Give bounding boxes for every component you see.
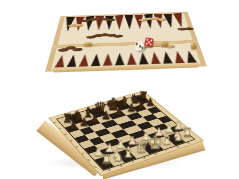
points-row (63, 13, 187, 32)
die-pip (146, 43, 148, 45)
latch-icon (162, 42, 168, 46)
clasp-icon (191, 44, 196, 50)
coord-label: 6 (64, 133, 68, 136)
backgammon-point (173, 13, 186, 28)
black-pawn-piece: ♟ (90, 114, 100, 125)
coord-label: 5 (69, 139, 73, 142)
product-photo: { "game": "Wooden folding chess and back… (0, 0, 239, 179)
white-die (134, 41, 144, 51)
black-pawn-piece: ♟ (146, 97, 155, 107)
coord-label: 2 (87, 159, 91, 162)
coord-label: 1 (93, 166, 97, 169)
black-pawn-piece: ♟ (101, 110, 111, 121)
black-pawn-piece: ♟ (127, 103, 137, 114)
die-pip (141, 47, 143, 49)
coord-label: 7 (58, 127, 62, 130)
black-pawn-piece: ♟ (137, 100, 146, 111)
white-king-piece: ♚ (147, 133, 164, 152)
chess-board: ♜♞♝♛♚♝♞♜♟♟♟♟♟♟♟♟♟♟♟♟♟♟♟♟♜♞♝♛♚♝♞♜ abcdefg… (48, 91, 204, 177)
backgammon-point (134, 15, 145, 30)
backgammon-point (163, 14, 176, 29)
dark-checker (184, 27, 194, 30)
backgammon-point (154, 14, 166, 29)
coord-label: 3 (81, 152, 85, 155)
backgammon-point (125, 15, 135, 30)
white-rook-piece: ♜ (100, 153, 112, 166)
chess-set: ♜♞♝♛♚♝♞♜♟♟♟♟♟♟♟♟♟♟♟♟♟♟♟♟♜♞♝♛♚♝♞♜ abcdefg… (36, 80, 216, 179)
coord-label: b (119, 165, 124, 168)
hinge-icon (84, 43, 92, 46)
dark-checker (113, 34, 123, 37)
coord-label: a (107, 169, 111, 172)
coord-label: d (142, 157, 147, 160)
black-pawn-piece: ♟ (79, 117, 89, 128)
die-pip (150, 39, 152, 41)
backgammon-board (39, 0, 212, 83)
coord-label: 8 (53, 122, 57, 125)
coord-label: h (186, 142, 191, 145)
dark-checker (72, 48, 83, 52)
black-pawn-piece: ♟ (114, 106, 124, 117)
backgammon-point (115, 15, 124, 30)
coord-label: g (176, 145, 181, 148)
die-pip (150, 43, 152, 45)
coord-label: c (131, 161, 135, 164)
white-knight-piece: ♞ (111, 149, 124, 163)
red-die (144, 38, 153, 47)
black-pawn-piece: ♟ (69, 120, 79, 131)
white-queen-piece: ♛ (134, 139, 149, 156)
coord-label: 4 (75, 146, 79, 149)
coord-label: f (165, 149, 169, 152)
